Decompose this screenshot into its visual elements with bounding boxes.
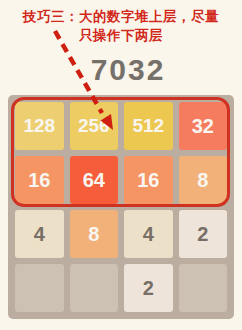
tile-64: 64	[70, 156, 119, 204]
tile-32: 32	[179, 102, 228, 150]
tip-line-1: 技巧三：大的数字堆上层，尽量	[0, 7, 242, 26]
tile-16: 16	[124, 156, 173, 204]
tile-16: 16	[15, 156, 64, 204]
app-background: 技巧三：大的数字堆上层，尽量 只操作下两层 7032 1282565123216…	[0, 0, 242, 330]
tile-128: 128	[15, 102, 64, 150]
tile-2: 2	[179, 210, 228, 258]
tile-8: 8	[70, 210, 119, 258]
empty-cell	[15, 264, 64, 312]
tip-line-2: 只操作下两层	[0, 26, 242, 45]
tip-text: 技巧三：大的数字堆上层，尽量 只操作下两层	[0, 7, 242, 45]
empty-cell	[179, 264, 228, 312]
tile-8: 8	[179, 156, 228, 204]
tile-512: 512	[124, 102, 173, 150]
tile-4: 4	[15, 210, 64, 258]
tile-2: 2	[124, 264, 173, 312]
tile-256: 256	[70, 102, 119, 150]
empty-cell	[70, 264, 119, 312]
tile-4: 4	[124, 210, 173, 258]
board-2048[interactable]: 12825651232166416848422	[8, 95, 234, 319]
score: 7032	[7, 53, 242, 87]
